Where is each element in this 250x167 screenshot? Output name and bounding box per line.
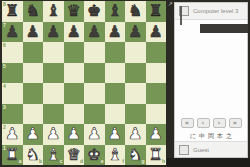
move-list <box>175 34 247 117</box>
white-pawn-f2[interactable]: ♟ <box>105 124 126 145</box>
rank-label-6: 6 <box>3 43 6 48</box>
rank-label-7: 7 <box>3 23 6 28</box>
square-f1[interactable]: ♝f <box>105 145 126 166</box>
square-b2[interactable]: ♟ <box>23 124 44 145</box>
black-knight-b8[interactable]: ♞ <box>23 1 44 22</box>
square-c2[interactable]: ♟ <box>43 124 64 145</box>
previous-move-button[interactable]: ‹ <box>197 118 210 128</box>
file-label-f: f <box>122 159 124 164</box>
file-label-b: b <box>39 159 42 164</box>
file-label-h: h <box>162 159 165 164</box>
square-g6[interactable] <box>125 42 146 63</box>
black-knight-g8[interactable]: ♞ <box>125 1 146 22</box>
square-g1[interactable]: ♞g <box>125 145 146 166</box>
square-a2[interactable]: ♟2 <box>2 124 23 145</box>
file-label-d: d <box>80 159 83 164</box>
square-e7[interactable]: ♟ <box>84 22 105 43</box>
white-pawn-h2[interactable]: ♟ <box>146 124 167 145</box>
first-move-button[interactable]: « <box>181 118 194 128</box>
next-move-button[interactable]: › <box>213 118 226 128</box>
dark-bar <box>200 24 248 33</box>
square-d5[interactable] <box>64 63 85 84</box>
square-e1[interactable]: ♚e <box>84 145 105 166</box>
square-e3[interactable] <box>84 104 105 125</box>
chess-board[interactable]: ♜8♞♝♛♚♝♞♜♟7♟♟♟♟♟♟♟6543♟2♟♟♟♟♟♟♟♜1a♞b♝c♛d… <box>2 1 166 165</box>
rank-label-8: 8 <box>3 2 6 7</box>
square-b6[interactable] <box>23 42 44 63</box>
file-label-e: e <box>101 159 104 164</box>
square-b1[interactable]: ♞b <box>23 145 44 166</box>
square-g4[interactable] <box>125 83 146 104</box>
square-b3[interactable] <box>23 104 44 125</box>
square-g7[interactable]: ♟ <box>125 22 146 43</box>
square-h6[interactable] <box>146 42 167 63</box>
square-a5[interactable]: 5 <box>2 63 23 84</box>
square-f8[interactable]: ♝ <box>105 1 126 22</box>
player-name: Guest <box>193 147 209 154</box>
square-f3[interactable] <box>105 104 126 125</box>
black-pawn-f7[interactable]: ♟ <box>105 22 126 43</box>
player-card[interactable]: Guest <box>175 141 247 157</box>
move-navigation: «‹›» <box>175 118 247 129</box>
white-pawn-e2[interactable]: ♟ <box>84 124 105 145</box>
square-b4[interactable] <box>23 83 44 104</box>
square-c4[interactable] <box>43 83 64 104</box>
square-f5[interactable] <box>105 63 126 84</box>
person-avatar-icon <box>179 145 189 155</box>
last-move-button[interactable]: » <box>229 118 242 128</box>
square-d7[interactable]: ♟ <box>64 22 85 43</box>
rank-label-3: 3 <box>3 105 6 110</box>
file-label-a: a <box>19 159 22 164</box>
quick-link-1[interactable]: に <box>190 132 196 141</box>
square-c7[interactable]: ♟ <box>43 22 64 43</box>
square-d6[interactable] <box>64 42 85 63</box>
quick-link-3[interactable]: 岡 <box>208 132 214 141</box>
white-pawn-b2[interactable]: ♟ <box>23 124 44 145</box>
square-a8[interactable]: ♜8 <box>2 1 23 22</box>
square-c5[interactable] <box>43 63 64 84</box>
square-c3[interactable] <box>43 104 64 125</box>
white-pawn-g2[interactable]: ♟ <box>125 124 146 145</box>
square-h1[interactable]: ♜h <box>146 145 167 166</box>
square-g5[interactable] <box>125 63 146 84</box>
square-f4[interactable] <box>105 83 126 104</box>
white-pawn-c2[interactable]: ♟ <box>43 124 64 145</box>
app-window: ♜8♞♝♛♚♝♞♜♟7♟♟♟♟♟♟♟6543♟2♟♟♟♟♟♟♟♜1a♞b♝c♛d… <box>0 0 250 167</box>
square-f2[interactable]: ♟ <box>105 124 126 145</box>
black-pawn-d7[interactable]: ♟ <box>64 22 85 43</box>
opponent-card[interactable]: Computer level 3 <box>175 3 247 20</box>
square-c6[interactable] <box>43 42 64 63</box>
square-f7[interactable]: ♟ <box>105 22 126 43</box>
square-d4[interactable] <box>64 83 85 104</box>
opponent-name: Computer level 3 <box>193 8 238 15</box>
square-e4[interactable] <box>84 83 105 104</box>
black-king-e8[interactable]: ♚ <box>84 1 105 22</box>
white-pawn-d2[interactable]: ♟ <box>64 124 85 145</box>
square-a1[interactable]: ♜1a <box>2 145 23 166</box>
square-g8[interactable]: ♞ <box>125 1 146 22</box>
square-g2[interactable]: ♟ <box>125 124 146 145</box>
square-e2[interactable]: ♟ <box>84 124 105 145</box>
square-h2[interactable]: ♟ <box>146 124 167 145</box>
black-pawn-h7[interactable]: ♟ <box>146 22 167 43</box>
square-h7[interactable]: ♟ <box>146 22 167 43</box>
square-f6[interactable] <box>105 42 126 63</box>
rank-label-5: 5 <box>3 64 6 69</box>
square-h5[interactable] <box>146 63 167 84</box>
quick-link-2[interactable]: 申 <box>199 132 205 141</box>
square-d1[interactable]: ♛d <box>64 145 85 166</box>
computer-avatar-icon <box>179 6 189 16</box>
square-a7[interactable]: ♟7 <box>2 22 23 43</box>
rank-label-2: 2 <box>3 125 6 130</box>
black-pawn-c7[interactable]: ♟ <box>43 22 64 43</box>
square-e8[interactable]: ♚ <box>84 1 105 22</box>
black-pawn-e7[interactable]: ♟ <box>84 22 105 43</box>
black-pawn-g7[interactable]: ♟ <box>125 22 146 43</box>
square-d8[interactable]: ♛ <box>64 1 85 22</box>
black-bishop-f8[interactable]: ♝ <box>105 1 126 22</box>
square-e5[interactable] <box>84 63 105 84</box>
square-c8[interactable]: ♝ <box>43 1 64 22</box>
square-d2[interactable]: ♟ <box>64 124 85 145</box>
quick-link-5[interactable]: 之 <box>226 132 232 141</box>
black-rook-h8[interactable]: ♜ <box>146 1 167 22</box>
square-a4[interactable]: 4 <box>2 83 23 104</box>
square-g3[interactable] <box>125 104 146 125</box>
black-bishop-c8[interactable]: ♝ <box>43 1 64 22</box>
square-h4[interactable] <box>146 83 167 104</box>
square-b8[interactable]: ♞ <box>23 1 44 22</box>
square-b5[interactable] <box>23 63 44 84</box>
black-pawn-b7[interactable]: ♟ <box>23 22 44 43</box>
side-panel: Computer level 3 «‹›» に申岡本之 Guest <box>174 2 248 158</box>
file-label-g: g <box>141 159 144 164</box>
square-b7[interactable]: ♟ <box>23 22 44 43</box>
square-h8[interactable]: ♜ <box>146 1 167 22</box>
quick-link-4[interactable]: 本 <box>217 132 223 141</box>
black-queen-d8[interactable]: ♛ <box>64 1 85 22</box>
square-d3[interactable] <box>64 104 85 125</box>
square-h3[interactable] <box>146 104 167 125</box>
square-c1[interactable]: ♝c <box>43 145 64 166</box>
quick-links-row: に申岡本之 <box>175 132 247 141</box>
square-e6[interactable] <box>84 42 105 63</box>
bottom-strip <box>167 158 250 167</box>
square-a6[interactable]: 6 <box>2 42 23 63</box>
file-label-c: c <box>60 159 63 164</box>
rank-label-4: 4 <box>3 84 6 89</box>
square-a3[interactable]: 3 <box>2 104 23 125</box>
rank-label-1: 1 <box>3 146 6 151</box>
